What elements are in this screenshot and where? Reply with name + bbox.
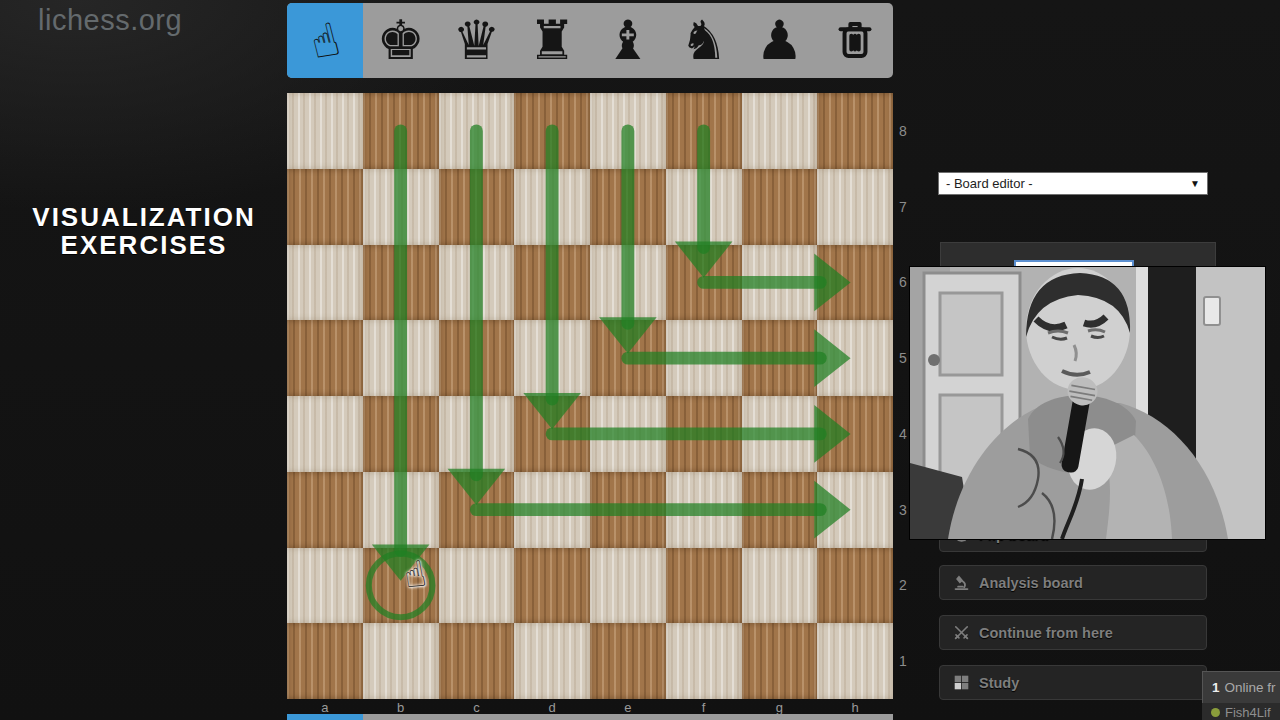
black-queen-icon: ♛ [452, 14, 500, 68]
square-f1[interactable] [666, 623, 742, 699]
online-status-dot [1211, 708, 1220, 717]
black-king-icon: ♚ [376, 14, 424, 68]
black-bishop-icon: ♝ [604, 14, 652, 68]
button-continue-from-here[interactable]: Continue from here [939, 615, 1207, 650]
tool-pointer[interactable]: ☝ [287, 3, 363, 78]
piece-palette-top: ☝♚♛♜♝♞♟ [287, 3, 893, 78]
file-label-c: c [439, 701, 515, 715]
rank-label-8: 8 [893, 93, 913, 169]
square-f3[interactable] [666, 472, 742, 548]
study-icon [953, 674, 970, 691]
button-label: Continue from here [979, 625, 1113, 641]
square-b7[interactable] [363, 169, 439, 245]
square-f4[interactable] [666, 396, 742, 472]
microscope-icon [953, 574, 970, 591]
square-a3[interactable] [287, 472, 363, 548]
square-g1[interactable] [742, 623, 818, 699]
square-a1[interactable] [287, 623, 363, 699]
square-e2[interactable] [590, 548, 666, 624]
file-coordinates: abcdefgh [287, 701, 893, 715]
square-e4[interactable] [590, 396, 666, 472]
black-pawn-icon: ♟ [755, 14, 803, 68]
square-h6[interactable] [817, 245, 893, 321]
tool-trash[interactable] [817, 3, 893, 78]
friend-row[interactable]: Fish4Lif [1202, 703, 1280, 720]
file-label-g: g [742, 701, 818, 715]
webcam-overlay [910, 267, 1265, 539]
square-b2[interactable] [363, 548, 439, 624]
square-h7[interactable] [817, 169, 893, 245]
board-squares[interactable] [287, 93, 893, 699]
chevron-down-icon: ▼ [1190, 178, 1200, 189]
square-b8[interactable] [363, 93, 439, 169]
square-g4[interactable] [742, 396, 818, 472]
tool-black-rook[interactable]: ♜ [514, 3, 590, 78]
chess-board[interactable]: ☝ [287, 93, 893, 699]
file-label-f: f [666, 701, 742, 715]
black-knight-icon: ♞ [679, 14, 727, 68]
square-f6[interactable] [666, 245, 742, 321]
square-e3[interactable] [590, 472, 666, 548]
square-c8[interactable] [439, 93, 515, 169]
square-h3[interactable] [817, 472, 893, 548]
swords-icon [953, 624, 970, 641]
square-e8[interactable] [590, 93, 666, 169]
square-d5[interactable] [514, 320, 590, 396]
position-select[interactable]: - Board editor - ▼ [938, 172, 1208, 195]
tool-black-bishop[interactable]: ♝ [590, 3, 666, 78]
square-c6[interactable] [439, 245, 515, 321]
online-friends-header[interactable]: 1 Online fr [1202, 671, 1280, 703]
square-c3[interactable] [439, 472, 515, 548]
button-analysis-board[interactable]: Analysis board [939, 565, 1207, 600]
tool-black-king[interactable]: ♚ [363, 3, 439, 78]
button-label: Study [979, 675, 1019, 691]
pointer-hand-icon: ☝ [306, 15, 344, 66]
square-g6[interactable] [742, 245, 818, 321]
rank-label-1: 1 [893, 623, 913, 699]
square-d8[interactable] [514, 93, 590, 169]
file-label-h: h [817, 701, 893, 715]
rank-label-7: 7 [893, 169, 913, 245]
tool-black-knight[interactable]: ♞ [666, 3, 742, 78]
square-d3[interactable] [514, 472, 590, 548]
file-label-e: e [590, 701, 666, 715]
square-f8[interactable] [666, 93, 742, 169]
square-d6[interactable] [514, 245, 590, 321]
square-d7[interactable] [514, 169, 590, 245]
square-d4[interactable] [514, 396, 590, 472]
trash-icon [835, 19, 875, 63]
piece-palette-bottom-selected [287, 714, 363, 720]
button-study[interactable]: Study [939, 665, 1207, 700]
square-f2[interactable] [666, 548, 742, 624]
black-rook-icon: ♜ [528, 14, 576, 68]
square-c4[interactable] [439, 396, 515, 472]
square-h2[interactable] [817, 548, 893, 624]
square-a4[interactable] [287, 396, 363, 472]
overlay-title-line2: EXERCISES [6, 231, 282, 259]
square-a5[interactable] [287, 320, 363, 396]
button-label: Analysis board [979, 575, 1083, 591]
square-e6[interactable] [590, 245, 666, 321]
square-c1[interactable] [439, 623, 515, 699]
site-logo[interactable]: lichess.org [38, 4, 182, 37]
file-label-d: d [514, 701, 590, 715]
square-g3[interactable] [742, 472, 818, 548]
square-f7[interactable] [666, 169, 742, 245]
piece-palette-bottom[interactable] [287, 714, 893, 720]
square-b3[interactable] [363, 472, 439, 548]
square-b4[interactable] [363, 396, 439, 472]
square-h1[interactable] [817, 623, 893, 699]
square-e5[interactable] [590, 320, 666, 396]
square-f5[interactable] [666, 320, 742, 396]
square-h4[interactable] [817, 396, 893, 472]
square-g8[interactable] [742, 93, 818, 169]
square-e7[interactable] [590, 169, 666, 245]
online-friends-label: Online fr [1225, 680, 1276, 695]
square-b1[interactable] [363, 623, 439, 699]
tool-black-queen[interactable]: ♛ [439, 3, 515, 78]
square-c5[interactable] [439, 320, 515, 396]
overlay-title-line1: VISUALIZATION [6, 203, 282, 231]
square-b5[interactable] [363, 320, 439, 396]
square-a6[interactable] [287, 245, 363, 321]
square-h5[interactable] [817, 320, 893, 396]
square-b6[interactable] [363, 245, 439, 321]
square-g5[interactable] [742, 320, 818, 396]
app-window: lichess.org VISUALIZATION EXERCISES ☝♚♛♜… [0, 0, 1280, 720]
position-select-value: - Board editor - [946, 176, 1033, 191]
square-c2[interactable] [439, 548, 515, 624]
tool-black-pawn[interactable]: ♟ [742, 3, 818, 78]
friend-name: Fish4Lif [1225, 705, 1271, 720]
square-g7[interactable] [742, 169, 818, 245]
square-d1[interactable] [514, 623, 590, 699]
square-a8[interactable] [287, 93, 363, 169]
file-label-b: b [363, 701, 439, 715]
square-c7[interactable] [439, 169, 515, 245]
square-g2[interactable] [742, 548, 818, 624]
online-friends-count: 1 [1212, 680, 1220, 695]
file-label-a: a [287, 701, 363, 715]
webcam-video [910, 267, 1265, 539]
square-a2[interactable] [287, 548, 363, 624]
rank-label-2: 2 [893, 548, 913, 624]
square-h8[interactable] [817, 93, 893, 169]
square-e1[interactable] [590, 623, 666, 699]
square-d2[interactable] [514, 548, 590, 624]
overlay-title: VISUALIZATION EXERCISES [6, 203, 282, 259]
square-a7[interactable] [287, 169, 363, 245]
